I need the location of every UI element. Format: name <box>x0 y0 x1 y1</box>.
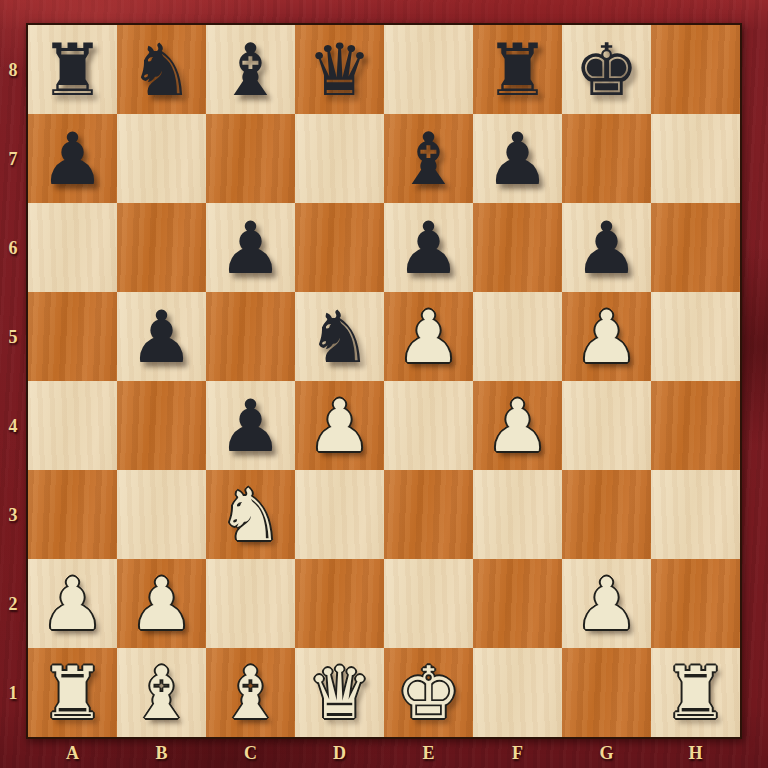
piece-white-pawn-e5[interactable]: ♟ <box>384 292 473 381</box>
piece-white-rook-h1[interactable]: ♜ <box>651 648 740 737</box>
rank-label-7: 7 <box>9 148 18 169</box>
square-a6[interactable] <box>28 203 117 292</box>
piece-white-rook-a1[interactable]: ♜ <box>28 648 117 737</box>
square-f5[interactable] <box>473 292 562 381</box>
piece-black-pawn-c4[interactable]: ♟ <box>206 381 295 470</box>
square-f6[interactable] <box>473 203 562 292</box>
square-b4[interactable] <box>117 381 206 470</box>
square-f8[interactable]: ♜ <box>473 25 562 114</box>
square-e5[interactable]: ♟ <box>384 292 473 381</box>
rank-label-3: 3 <box>9 504 18 525</box>
piece-white-pawn-b2[interactable]: ♟ <box>117 559 206 648</box>
piece-white-king-e1[interactable]: ♚ <box>384 648 473 737</box>
board-frame: ♜♞♝♛♜♚♟♝♟♟♟♟♟♞♟♟♟♟♟♞♟♟♟♜♝♝♛♚♜ 87654321AB… <box>0 0 768 768</box>
square-a2[interactable]: ♟ <box>28 559 117 648</box>
piece-white-pawn-f4[interactable]: ♟ <box>473 381 562 470</box>
piece-black-pawn-e6[interactable]: ♟ <box>384 203 473 292</box>
file-label-h: H <box>688 743 702 764</box>
piece-black-bishop-c8[interactable]: ♝ <box>206 25 295 114</box>
piece-black-pawn-a7[interactable]: ♟ <box>28 114 117 203</box>
square-a1[interactable]: ♜ <box>28 648 117 737</box>
square-h3[interactable] <box>651 470 740 559</box>
square-e8[interactable] <box>384 25 473 114</box>
square-f7[interactable]: ♟ <box>473 114 562 203</box>
square-b8[interactable]: ♞ <box>117 25 206 114</box>
square-e2[interactable] <box>384 559 473 648</box>
piece-white-pawn-g5[interactable]: ♟ <box>562 292 651 381</box>
square-b2[interactable]: ♟ <box>117 559 206 648</box>
rank-label-8: 8 <box>9 59 18 80</box>
piece-white-pawn-d4[interactable]: ♟ <box>295 381 384 470</box>
square-c3[interactable]: ♞ <box>206 470 295 559</box>
square-h8[interactable] <box>651 25 740 114</box>
square-c8[interactable]: ♝ <box>206 25 295 114</box>
square-c5[interactable] <box>206 292 295 381</box>
square-e3[interactable] <box>384 470 473 559</box>
file-label-c: C <box>244 743 257 764</box>
square-b7[interactable] <box>117 114 206 203</box>
square-h2[interactable] <box>651 559 740 648</box>
square-f3[interactable] <box>473 470 562 559</box>
piece-black-bishop-e7[interactable]: ♝ <box>384 114 473 203</box>
piece-black-king-g8[interactable]: ♚ <box>562 25 651 114</box>
square-d4[interactable]: ♟ <box>295 381 384 470</box>
file-label-a: A <box>66 743 79 764</box>
square-c4[interactable]: ♟ <box>206 381 295 470</box>
square-d7[interactable] <box>295 114 384 203</box>
chess-board: ♜♞♝♛♜♚♟♝♟♟♟♟♟♞♟♟♟♟♟♞♟♟♟♜♝♝♛♚♜ <box>26 23 742 739</box>
square-e6[interactable]: ♟ <box>384 203 473 292</box>
square-e1[interactable]: ♚ <box>384 648 473 737</box>
square-f4[interactable]: ♟ <box>473 381 562 470</box>
square-a7[interactable]: ♟ <box>28 114 117 203</box>
square-c2[interactable] <box>206 559 295 648</box>
piece-white-knight-c3[interactable]: ♞ <box>206 470 295 559</box>
square-c1[interactable]: ♝ <box>206 648 295 737</box>
piece-black-pawn-c6[interactable]: ♟ <box>206 203 295 292</box>
piece-black-rook-a8[interactable]: ♜ <box>28 25 117 114</box>
square-g6[interactable]: ♟ <box>562 203 651 292</box>
file-label-b: B <box>155 743 167 764</box>
piece-white-bishop-b1[interactable]: ♝ <box>117 648 206 737</box>
square-e7[interactable]: ♝ <box>384 114 473 203</box>
square-a5[interactable] <box>28 292 117 381</box>
piece-black-rook-f8[interactable]: ♜ <box>473 25 562 114</box>
square-c7[interactable] <box>206 114 295 203</box>
square-e4[interactable] <box>384 381 473 470</box>
square-d8[interactable]: ♛ <box>295 25 384 114</box>
square-g1[interactable] <box>562 648 651 737</box>
square-f2[interactable] <box>473 559 562 648</box>
square-d6[interactable] <box>295 203 384 292</box>
square-h5[interactable] <box>651 292 740 381</box>
piece-black-knight-b8[interactable]: ♞ <box>117 25 206 114</box>
file-label-e: E <box>422 743 434 764</box>
piece-white-pawn-a2[interactable]: ♟ <box>28 559 117 648</box>
square-d3[interactable] <box>295 470 384 559</box>
piece-white-bishop-c1[interactable]: ♝ <box>206 648 295 737</box>
file-label-g: G <box>599 743 613 764</box>
rank-label-2: 2 <box>9 593 18 614</box>
rank-label-1: 1 <box>9 682 18 703</box>
square-g4[interactable] <box>562 381 651 470</box>
square-h7[interactable] <box>651 114 740 203</box>
square-g2[interactable]: ♟ <box>562 559 651 648</box>
square-h6[interactable] <box>651 203 740 292</box>
square-f1[interactable] <box>473 648 562 737</box>
square-h1[interactable]: ♜ <box>651 648 740 737</box>
square-g8[interactable]: ♚ <box>562 25 651 114</box>
square-d2[interactable] <box>295 559 384 648</box>
square-g5[interactable]: ♟ <box>562 292 651 381</box>
file-label-f: F <box>512 743 523 764</box>
rank-label-6: 6 <box>9 237 18 258</box>
square-d1[interactable]: ♛ <box>295 648 384 737</box>
square-a3[interactable] <box>28 470 117 559</box>
piece-black-pawn-g6[interactable]: ♟ <box>562 203 651 292</box>
file-label-d: D <box>333 743 346 764</box>
square-b6[interactable] <box>117 203 206 292</box>
square-g7[interactable] <box>562 114 651 203</box>
piece-black-pawn-f7[interactable]: ♟ <box>473 114 562 203</box>
square-a8[interactable]: ♜ <box>28 25 117 114</box>
rank-label-4: 4 <box>9 415 18 436</box>
square-h4[interactable] <box>651 381 740 470</box>
piece-white-queen-d1[interactable]: ♛ <box>295 648 384 737</box>
square-b3[interactable] <box>117 470 206 559</box>
square-d5[interactable]: ♞ <box>295 292 384 381</box>
square-g3[interactable] <box>562 470 651 559</box>
square-a4[interactable] <box>28 381 117 470</box>
square-c6[interactable]: ♟ <box>206 203 295 292</box>
piece-black-pawn-b5[interactable]: ♟ <box>117 292 206 381</box>
piece-black-queen-d8[interactable]: ♛ <box>295 25 384 114</box>
piece-black-knight-d5[interactable]: ♞ <box>295 292 384 381</box>
piece-white-pawn-g2[interactable]: ♟ <box>562 559 651 648</box>
square-b5[interactable]: ♟ <box>117 292 206 381</box>
square-b1[interactable]: ♝ <box>117 648 206 737</box>
rank-label-5: 5 <box>9 326 18 347</box>
